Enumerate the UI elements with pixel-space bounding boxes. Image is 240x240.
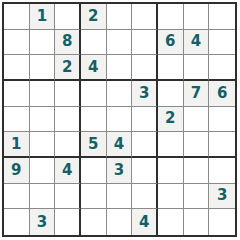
- cell-r4c9[interactable]: 6: [209, 81, 235, 107]
- cell-r2c3[interactable]: 8: [55, 30, 81, 56]
- cell-r4c5[interactable]: [107, 81, 133, 107]
- cell-r9c6[interactable]: 4: [132, 209, 158, 235]
- cell-r2c4[interactable]: [81, 30, 107, 56]
- cell-r5c5[interactable]: [107, 107, 133, 133]
- cell-r3c3[interactable]: 2: [55, 55, 81, 81]
- cell-r2c8[interactable]: 4: [184, 30, 210, 56]
- cell-r5c7[interactable]: 2: [158, 107, 184, 133]
- cell-r7c8[interactable]: [184, 158, 210, 184]
- cell-r5c1[interactable]: [4, 107, 30, 133]
- cell-r6c1[interactable]: 1: [4, 132, 30, 158]
- cell-r9c9[interactable]: [209, 209, 235, 235]
- cell-r9c7[interactable]: [158, 209, 184, 235]
- cell-r4c1[interactable]: [4, 81, 30, 107]
- cell-r7c6[interactable]: [132, 158, 158, 184]
- cell-r1c2[interactable]: 1: [30, 4, 56, 30]
- cell-r5c6[interactable]: [132, 107, 158, 133]
- cell-r7c1[interactable]: 9: [4, 158, 30, 184]
- sudoku-board: 12864243762154943334: [2, 2, 237, 237]
- cell-r3c6[interactable]: [132, 55, 158, 81]
- cell-r9c4[interactable]: [81, 209, 107, 235]
- cell-r6c4[interactable]: 5: [81, 132, 107, 158]
- cell-r5c4[interactable]: [81, 107, 107, 133]
- cell-r2c2[interactable]: [30, 30, 56, 56]
- cell-r3c9[interactable]: [209, 55, 235, 81]
- cell-r3c2[interactable]: [30, 55, 56, 81]
- cell-r8c8[interactable]: [184, 184, 210, 210]
- cell-r3c5[interactable]: [107, 55, 133, 81]
- cell-r1c3[interactable]: [55, 4, 81, 30]
- cell-r1c8[interactable]: [184, 4, 210, 30]
- cell-r6c2[interactable]: [30, 132, 56, 158]
- cell-r1c4[interactable]: 2: [81, 4, 107, 30]
- cell-r7c2[interactable]: [30, 158, 56, 184]
- cell-r6c7[interactable]: [158, 132, 184, 158]
- cell-r3c7[interactable]: [158, 55, 184, 81]
- cell-r8c5[interactable]: [107, 184, 133, 210]
- cell-r9c5[interactable]: [107, 209, 133, 235]
- cell-r4c2[interactable]: [30, 81, 56, 107]
- cell-r4c6[interactable]: 3: [132, 81, 158, 107]
- cell-r5c3[interactable]: [55, 107, 81, 133]
- cell-r1c7[interactable]: [158, 4, 184, 30]
- cell-r8c1[interactable]: [4, 184, 30, 210]
- cell-r6c9[interactable]: [209, 132, 235, 158]
- cell-r4c8[interactable]: 7: [184, 81, 210, 107]
- cell-r3c4[interactable]: 4: [81, 55, 107, 81]
- cell-r1c9[interactable]: [209, 4, 235, 30]
- cell-r2c1[interactable]: [4, 30, 30, 56]
- cell-r5c8[interactable]: [184, 107, 210, 133]
- sudoku-board-container: 12864243762154943334: [2, 2, 237, 237]
- cell-r9c8[interactable]: [184, 209, 210, 235]
- cell-r9c3[interactable]: [55, 209, 81, 235]
- cell-r8c3[interactable]: [55, 184, 81, 210]
- cell-r7c5[interactable]: 3: [107, 158, 133, 184]
- cell-r8c6[interactable]: [132, 184, 158, 210]
- cell-r8c4[interactable]: [81, 184, 107, 210]
- cell-r2c6[interactable]: [132, 30, 158, 56]
- cell-r5c2[interactable]: [30, 107, 56, 133]
- cell-r8c2[interactable]: [30, 184, 56, 210]
- cell-r7c4[interactable]: [81, 158, 107, 184]
- cell-r8c7[interactable]: [158, 184, 184, 210]
- cell-r4c4[interactable]: [81, 81, 107, 107]
- cell-r7c9[interactable]: [209, 158, 235, 184]
- cell-r4c3[interactable]: [55, 81, 81, 107]
- cell-r7c3[interactable]: 4: [55, 158, 81, 184]
- cell-r3c1[interactable]: [4, 55, 30, 81]
- cell-r6c5[interactable]: 4: [107, 132, 133, 158]
- cell-r6c6[interactable]: [132, 132, 158, 158]
- cell-r2c9[interactable]: [209, 30, 235, 56]
- cell-r1c1[interactable]: [4, 4, 30, 30]
- cell-r1c5[interactable]: [107, 4, 133, 30]
- cell-r7c7[interactable]: [158, 158, 184, 184]
- cell-r9c1[interactable]: [4, 209, 30, 235]
- cell-r2c5[interactable]: [107, 30, 133, 56]
- cell-r6c3[interactable]: [55, 132, 81, 158]
- cell-r4c7[interactable]: [158, 81, 184, 107]
- cell-r9c2[interactable]: 3: [30, 209, 56, 235]
- cell-r5c9[interactable]: [209, 107, 235, 133]
- cell-r2c7[interactable]: 6: [158, 30, 184, 56]
- cell-r6c8[interactable]: [184, 132, 210, 158]
- cell-r1c6[interactable]: [132, 4, 158, 30]
- cell-r8c9[interactable]: 3: [209, 184, 235, 210]
- cell-r3c8[interactable]: [184, 55, 210, 81]
